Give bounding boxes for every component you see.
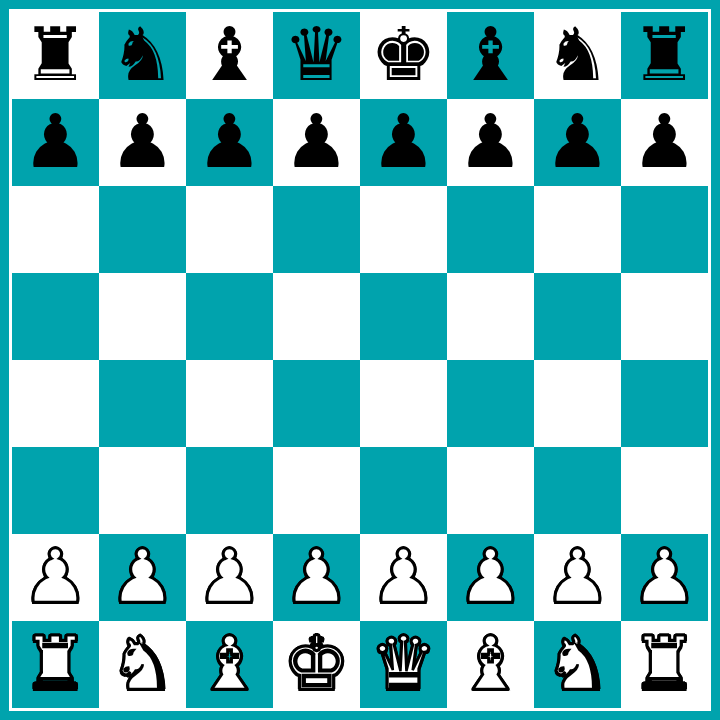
square-a6[interactable] (12, 186, 99, 273)
square-c1[interactable]: ♝ (186, 621, 273, 708)
square-c5[interactable] (186, 273, 273, 360)
square-a5[interactable] (12, 273, 99, 360)
square-h6[interactable] (621, 186, 708, 273)
square-e5[interactable] (360, 273, 447, 360)
white-knight: ♞ (544, 626, 610, 700)
white-bishop: ♝ (196, 626, 262, 700)
square-h5[interactable] (621, 273, 708, 360)
white-pawn: ♟ (631, 539, 697, 613)
square-f1[interactable]: ♝ (447, 621, 534, 708)
square-e2[interactable]: ♟ (360, 534, 447, 621)
white-bishop: ♝ (457, 626, 523, 700)
square-d3[interactable] (273, 447, 360, 534)
square-c3[interactable] (186, 447, 273, 534)
black-pawn: ♟ (544, 104, 610, 178)
square-f5[interactable] (447, 273, 534, 360)
square-b8[interactable]: ♞ (99, 12, 186, 99)
black-rook: ♜ (631, 17, 697, 91)
square-g6[interactable] (534, 186, 621, 273)
black-knight: ♞ (109, 17, 175, 91)
square-d4[interactable] (273, 360, 360, 447)
square-e3[interactable] (360, 447, 447, 534)
square-b1[interactable]: ♞ (99, 621, 186, 708)
square-a4[interactable] (12, 360, 99, 447)
square-e7[interactable]: ♟ (360, 99, 447, 186)
white-pawn: ♟ (544, 539, 610, 613)
white-pawn: ♟ (22, 539, 88, 613)
square-d5[interactable] (273, 273, 360, 360)
black-pawn: ♟ (109, 104, 175, 178)
square-d6[interactable] (273, 186, 360, 273)
black-pawn: ♟ (22, 104, 88, 178)
square-e6[interactable] (360, 186, 447, 273)
square-c8[interactable]: ♝ (186, 12, 273, 99)
square-h4[interactable] (621, 360, 708, 447)
black-bishop: ♝ (457, 17, 523, 91)
square-h3[interactable] (621, 447, 708, 534)
square-d7[interactable]: ♟ (273, 99, 360, 186)
black-queen: ♛ (283, 17, 349, 91)
black-knight: ♞ (544, 17, 610, 91)
square-a8[interactable]: ♜ (12, 12, 99, 99)
black-pawn: ♟ (370, 104, 436, 178)
square-f7[interactable]: ♟ (447, 99, 534, 186)
square-h7[interactable]: ♟ (621, 99, 708, 186)
square-a2[interactable]: ♟ (12, 534, 99, 621)
white-knight: ♞ (109, 626, 175, 700)
square-g3[interactable] (534, 447, 621, 534)
square-c7[interactable]: ♟ (186, 99, 273, 186)
square-g7[interactable]: ♟ (534, 99, 621, 186)
board-gap: ♜♞♝♛♚♝♞♜♟♟♟♟♟♟♟♟♟♟♟♟♟♟♟♟♜♞♝♚♛♝♞♜ (9, 9, 711, 711)
square-f4[interactable] (447, 360, 534, 447)
square-g1[interactable]: ♞ (534, 621, 621, 708)
square-g5[interactable] (534, 273, 621, 360)
board-frame: ♜♞♝♛♚♝♞♜♟♟♟♟♟♟♟♟♟♟♟♟♟♟♟♟♜♞♝♚♛♝♞♜ (0, 0, 720, 720)
square-d2[interactable]: ♟ (273, 534, 360, 621)
white-pawn: ♟ (283, 539, 349, 613)
chess-board: ♜♞♝♛♚♝♞♜♟♟♟♟♟♟♟♟♟♟♟♟♟♟♟♟♜♞♝♚♛♝♞♜ (12, 12, 708, 708)
white-pawn: ♟ (370, 539, 436, 613)
white-king: ♚ (283, 626, 349, 700)
white-rook: ♜ (631, 626, 697, 700)
white-pawn: ♟ (196, 539, 262, 613)
square-g4[interactable] (534, 360, 621, 447)
square-g8[interactable]: ♞ (534, 12, 621, 99)
square-b4[interactable] (99, 360, 186, 447)
square-h1[interactable]: ♜ (621, 621, 708, 708)
square-g2[interactable]: ♟ (534, 534, 621, 621)
square-e8[interactable]: ♚ (360, 12, 447, 99)
square-f2[interactable]: ♟ (447, 534, 534, 621)
square-b6[interactable] (99, 186, 186, 273)
black-king: ♚ (370, 17, 436, 91)
square-a7[interactable]: ♟ (12, 99, 99, 186)
black-pawn: ♟ (631, 104, 697, 178)
white-queen: ♛ (370, 626, 436, 700)
square-d8[interactable]: ♛ (273, 12, 360, 99)
square-b2[interactable]: ♟ (99, 534, 186, 621)
white-rook: ♜ (22, 626, 88, 700)
square-c6[interactable] (186, 186, 273, 273)
black-bishop: ♝ (196, 17, 262, 91)
white-pawn: ♟ (457, 539, 523, 613)
square-h8[interactable]: ♜ (621, 12, 708, 99)
square-b7[interactable]: ♟ (99, 99, 186, 186)
square-h2[interactable]: ♟ (621, 534, 708, 621)
square-f8[interactable]: ♝ (447, 12, 534, 99)
square-a1[interactable]: ♜ (12, 621, 99, 708)
square-b3[interactable] (99, 447, 186, 534)
square-f3[interactable] (447, 447, 534, 534)
square-e4[interactable] (360, 360, 447, 447)
square-c4[interactable] (186, 360, 273, 447)
square-b5[interactable] (99, 273, 186, 360)
black-pawn: ♟ (283, 104, 349, 178)
black-rook: ♜ (22, 17, 88, 91)
square-d1[interactable]: ♚ (273, 621, 360, 708)
square-e1[interactable]: ♛ (360, 621, 447, 708)
square-f6[interactable] (447, 186, 534, 273)
square-a3[interactable] (12, 447, 99, 534)
black-pawn: ♟ (196, 104, 262, 178)
black-pawn: ♟ (457, 104, 523, 178)
white-pawn: ♟ (109, 539, 175, 613)
square-c2[interactable]: ♟ (186, 534, 273, 621)
